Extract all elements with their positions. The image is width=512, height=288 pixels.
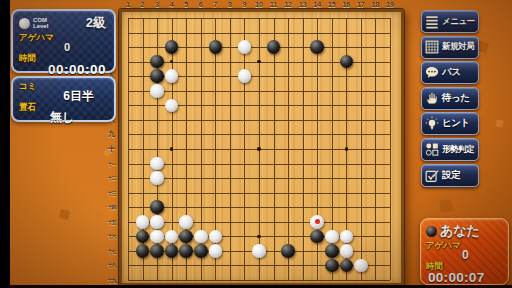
row-label: 十六	[105, 231, 118, 241]
stone-black-12-17	[281, 244, 295, 258]
row-label: 十三	[105, 188, 118, 198]
grid-line	[361, 18, 362, 280]
decor-square	[439, 199, 453, 213]
handicap-value: 無し	[19, 112, 108, 123]
stone-white-3-16	[150, 230, 164, 244]
star-point	[257, 235, 261, 239]
stone-white-16-17	[340, 244, 354, 258]
stone-black-4-3	[165, 40, 179, 54]
player-time-value: 00:00:07	[426, 271, 503, 284]
stone-white-6-16	[194, 230, 208, 244]
estimate-button[interactable]: 形勢判定	[421, 138, 479, 161]
grid-line	[288, 18, 289, 280]
go-board-frame	[119, 9, 404, 286]
stone-black-3-14	[150, 200, 164, 214]
button-label: 待った	[442, 92, 469, 105]
stone-white-7-17	[209, 244, 223, 258]
grid-line	[128, 280, 390, 281]
komi-value: 6目半	[19, 91, 108, 102]
go-board[interactable]	[128, 18, 390, 280]
speech-bubble-icon	[425, 66, 439, 80]
star-point	[345, 147, 349, 151]
last-move-marker	[315, 219, 320, 224]
stone-black-2-16	[136, 230, 150, 244]
stone-black-5-16	[179, 230, 193, 244]
star-point	[170, 147, 174, 151]
stone-black-14-3	[310, 40, 324, 54]
hand-icon	[425, 91, 439, 105]
white-stone-icon	[19, 18, 30, 29]
star-point	[170, 60, 174, 64]
stone-black-15-17	[325, 244, 339, 258]
grid-line	[274, 18, 275, 280]
row-label: 十八	[105, 260, 118, 270]
stone-white-16-16	[340, 230, 354, 244]
grid-line	[375, 18, 376, 280]
star-point	[257, 147, 261, 151]
grid-line	[390, 18, 391, 280]
row-label: 十	[105, 144, 118, 154]
new-game-button[interactable]: 新規対局	[421, 36, 479, 59]
button-label: パス	[442, 66, 460, 79]
stone-black-16-4	[340, 55, 354, 69]
stone-white-3-11	[150, 157, 164, 171]
stone-white-9-5	[238, 69, 252, 83]
stone-white-3-12	[150, 171, 164, 185]
stone-white-5-15	[179, 215, 193, 229]
stone-black-3-17	[150, 244, 164, 258]
board-grid-icon	[425, 40, 439, 54]
stone-black-7-3	[209, 40, 223, 54]
grid-line	[128, 193, 390, 194]
stone-white-17-18	[354, 259, 368, 273]
row-label: 十二	[105, 173, 118, 183]
player-panel: あなた アゲハマ 0 時間 00:00:07	[420, 218, 509, 285]
circle-square-icon	[425, 143, 439, 157]
button-label: 形勢判定	[442, 144, 474, 156]
stone-white-4-5	[165, 69, 179, 83]
stone-white-4-16	[165, 230, 179, 244]
undo-button[interactable]: 待った	[421, 87, 479, 110]
hamburger-icon	[425, 15, 439, 29]
pass-button[interactable]: パス	[421, 61, 479, 84]
stone-black-15-18	[325, 259, 339, 273]
stone-white-15-16	[325, 230, 339, 244]
stone-black-4-17	[165, 244, 179, 258]
stone-white-7-16	[209, 230, 223, 244]
row-label: 十一	[105, 159, 118, 169]
player-name: あなた	[440, 222, 480, 240]
grid-line	[128, 164, 390, 165]
grid-line	[303, 18, 304, 280]
stone-black-5-17	[179, 244, 193, 258]
row-label: 十五	[105, 217, 118, 227]
grid-line	[128, 207, 390, 208]
rules-panel: コミ 6目半 置石 無し	[11, 76, 116, 122]
stone-white-2-15	[136, 215, 150, 229]
com-panel: COM Level 2級 アゲハマ 0 時間 00:00:00	[11, 9, 116, 73]
stone-white-4-7	[165, 99, 179, 113]
row-label: 十七	[105, 246, 118, 256]
grid-line	[128, 222, 390, 223]
decor-square	[496, 120, 504, 128]
button-label: ヒント	[442, 117, 470, 130]
hint-button[interactable]: ヒント	[421, 112, 479, 135]
black-stone-icon	[426, 226, 437, 237]
stone-black-6-17	[194, 244, 208, 258]
com-rank: 2級	[86, 14, 108, 32]
stone-white-9-3	[238, 40, 252, 54]
button-label: 新規対局	[442, 41, 474, 53]
com-time-value: 00:00:00	[19, 63, 108, 76]
com-name: COM Level	[33, 17, 48, 29]
com-captures-value: 0	[19, 42, 108, 53]
stone-black-3-4	[150, 55, 164, 69]
row-label: 十四	[105, 202, 118, 212]
lightbulb-icon	[425, 117, 439, 131]
letterbox-left	[0, 0, 10, 288]
menu-button[interactable]: メニュー	[421, 10, 479, 33]
player-captures-value: 0	[426, 250, 503, 261]
stone-black-3-5	[150, 69, 164, 83]
settings-button[interactable]: 設定	[421, 164, 479, 187]
stone-white-3-15	[150, 215, 164, 229]
stone-black-14-16	[310, 230, 324, 244]
stone-black-2-17	[136, 244, 150, 258]
stone-black-16-18	[340, 259, 354, 273]
button-label: メニュー	[442, 16, 475, 28]
stone-white-10-17	[252, 244, 266, 258]
pencil-box-icon	[425, 168, 439, 182]
row-label: 十九	[105, 275, 118, 285]
row-label: 九	[105, 129, 118, 139]
button-label: 設定	[442, 169, 460, 182]
column-label: 19	[382, 0, 398, 9]
stone-black-11-3	[267, 40, 281, 54]
grid-line	[128, 178, 390, 179]
star-point	[257, 60, 261, 64]
stone-white-3-6	[150, 84, 164, 98]
